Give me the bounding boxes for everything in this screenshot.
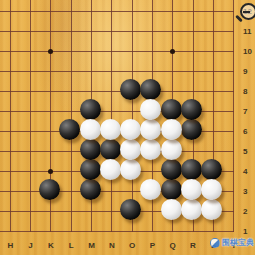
grid-line-horizontal-9 xyxy=(0,71,234,72)
black-stone-O8[interactable] xyxy=(120,79,141,100)
black-stone-M3[interactable] xyxy=(80,179,101,200)
grid-line-vertical-N xyxy=(111,0,112,232)
white-stone-Q6[interactable] xyxy=(161,119,182,140)
row-label-4: 4 xyxy=(243,167,255,177)
black-stone-R6[interactable] xyxy=(181,119,202,140)
column-label-M: M xyxy=(86,241,98,251)
white-stone-O4[interactable] xyxy=(120,159,141,180)
white-stone-R3[interactable] xyxy=(181,179,202,200)
grid-line-horizontal-11 xyxy=(0,31,234,32)
star-point-Q10 xyxy=(170,49,175,54)
black-stone-P8[interactable] xyxy=(140,79,161,100)
grid-line-horizontal-10 xyxy=(0,51,234,52)
black-stone-Q7[interactable] xyxy=(161,99,182,120)
white-stone-R2[interactable] xyxy=(181,199,202,220)
white-stone-N6[interactable] xyxy=(100,119,121,140)
go-app-screen: HJKLMNOPQRST121110987654321 围棋宝典 xyxy=(0,0,255,255)
column-label-Q: Q xyxy=(167,241,179,251)
row-label-11: 11 xyxy=(243,27,255,37)
white-stone-Q2[interactable] xyxy=(161,199,182,220)
grid-line-vertical-J xyxy=(30,0,31,232)
grid-line-horizontal-1 xyxy=(0,231,234,232)
grid-line-horizontal-12 xyxy=(0,11,234,12)
white-stone-M6[interactable] xyxy=(80,119,101,140)
row-label-3: 3 xyxy=(243,187,255,197)
row-label-7: 7 xyxy=(243,107,255,117)
white-stone-O5[interactable] xyxy=(120,139,141,160)
white-stone-S2[interactable] xyxy=(201,199,222,220)
white-stone-S3[interactable] xyxy=(201,179,222,200)
grid-line-vertical-L xyxy=(71,0,72,232)
row-label-5: 5 xyxy=(243,147,255,157)
black-stone-L6[interactable] xyxy=(59,119,80,140)
watermark: 围棋宝典 xyxy=(210,237,254,248)
grid-line-vertical-H xyxy=(10,0,11,232)
row-label-1: 1 xyxy=(243,227,255,237)
white-stone-O6[interactable] xyxy=(120,119,141,140)
white-stone-N4[interactable] xyxy=(100,159,121,180)
column-label-P: P xyxy=(146,241,158,251)
column-label-K: K xyxy=(45,241,57,251)
white-stone-P6[interactable] xyxy=(140,119,161,140)
row-label-2: 2 xyxy=(243,207,255,217)
column-label-R: R xyxy=(187,241,199,251)
star-point-K10 xyxy=(48,49,53,54)
row-label-9: 9 xyxy=(243,67,255,77)
white-stone-P5[interactable] xyxy=(140,139,161,160)
watermark-logo-icon xyxy=(210,238,220,248)
black-stone-M5[interactable] xyxy=(80,139,101,160)
row-label-6: 6 xyxy=(243,127,255,137)
black-stone-N5[interactable] xyxy=(100,139,121,160)
black-stone-Q3[interactable] xyxy=(161,179,182,200)
black-stone-S4[interactable] xyxy=(201,159,222,180)
grid-line-horizontal-8 xyxy=(0,91,234,92)
watermark-text: 围棋宝典 xyxy=(222,237,254,248)
zoom-out-button[interactable] xyxy=(234,1,255,25)
row-label-8: 8 xyxy=(243,87,255,97)
grid-line-vertical-T xyxy=(233,0,234,232)
black-stone-M4[interactable] xyxy=(80,159,101,180)
column-label-N: N xyxy=(106,241,118,251)
go-board[interactable]: HJKLMNOPQRST121110987654321 xyxy=(0,0,255,255)
white-stone-P7[interactable] xyxy=(140,99,161,120)
row-label-10: 10 xyxy=(243,47,255,57)
black-stone-O2[interactable] xyxy=(120,199,141,220)
black-stone-Q4[interactable] xyxy=(161,159,182,180)
column-label-L: L xyxy=(65,241,77,251)
column-label-H: H xyxy=(4,241,16,251)
white-stone-Q5[interactable] xyxy=(161,139,182,160)
star-point-K4 xyxy=(48,169,53,174)
white-stone-P3[interactable] xyxy=(140,179,161,200)
black-stone-M7[interactable] xyxy=(80,99,101,120)
grid-line-vertical-O xyxy=(132,0,133,232)
black-stone-R4[interactable] xyxy=(181,159,202,180)
black-stone-R7[interactable] xyxy=(181,99,202,120)
black-stone-K3[interactable] xyxy=(39,179,60,200)
minus-icon xyxy=(243,11,250,13)
column-label-O: O xyxy=(126,241,138,251)
column-label-J: J xyxy=(25,241,37,251)
